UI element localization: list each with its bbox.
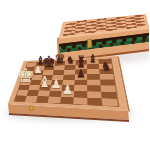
stored-piece-knob — [120, 42, 124, 46]
lid-square — [116, 27, 126, 30]
stored-piece-knob — [131, 40, 135, 44]
stored-piece-knob — [112, 39, 117, 44]
stored-piece-knob — [110, 43, 114, 47]
square-h1 — [102, 98, 118, 106]
stored-piece-knob — [122, 37, 127, 42]
lid-square — [136, 25, 146, 28]
chess-set-photo: ♝♛♞♜♝♚♟♞♟♚♟♝♟♟ — [0, 0, 150, 150]
lid-square — [106, 28, 116, 31]
chess-board — [8, 56, 128, 111]
stored-piece-knob — [77, 47, 81, 51]
lid-square — [126, 26, 136, 29]
square-g1 — [87, 98, 102, 106]
chess-board-grid — [15, 59, 119, 106]
stored-piece-knob — [92, 41, 97, 46]
stored-piece-knob — [67, 48, 71, 52]
square-d1 — [48, 96, 61, 103]
stored-piece-knob — [142, 39, 146, 43]
box-clasp-icon — [88, 39, 92, 48]
stored-piece-knob — [61, 45, 66, 50]
square-e1 — [60, 97, 74, 104]
stored-piece-knob — [82, 42, 87, 47]
square-f1 — [73, 97, 87, 104]
stored-piece-knob — [99, 44, 103, 48]
stored-piece-knob — [142, 35, 147, 40]
stored-piece-knob — [72, 44, 77, 49]
board-clasp-icon — [29, 106, 33, 111]
stored-piece-knob — [102, 40, 107, 45]
lid-square — [96, 29, 106, 32]
